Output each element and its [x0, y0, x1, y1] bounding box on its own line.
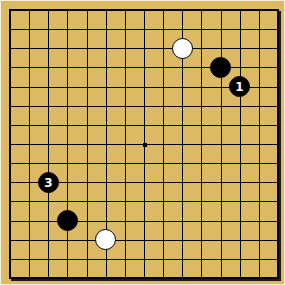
white-stone[interactable]	[172, 38, 193, 59]
black-stone[interactable]	[210, 57, 231, 78]
black-stone[interactable]: 3	[38, 172, 59, 193]
grid-line-vertical	[163, 11, 164, 277]
grid-line-horizontal	[11, 163, 277, 164]
grid-line-vertical	[240, 11, 241, 277]
grid-line-horizontal	[11, 259, 277, 260]
grid-line-vertical	[259, 11, 260, 277]
grid-line-horizontal	[11, 201, 277, 202]
black-stone[interactable]: 1	[229, 76, 250, 97]
stone-move-number: 1	[235, 81, 243, 93]
grid-line-horizontal	[11, 240, 277, 241]
grid-line-vertical	[201, 11, 202, 277]
grid-line-vertical	[221, 11, 222, 277]
white-stone[interactable]	[95, 229, 116, 250]
hoshi-point	[143, 143, 147, 147]
grid-line-horizontal	[11, 221, 277, 222]
black-stone[interactable]	[57, 210, 78, 231]
stone-move-number: 3	[44, 177, 52, 189]
go-diagram: 13	[0, 0, 285, 285]
